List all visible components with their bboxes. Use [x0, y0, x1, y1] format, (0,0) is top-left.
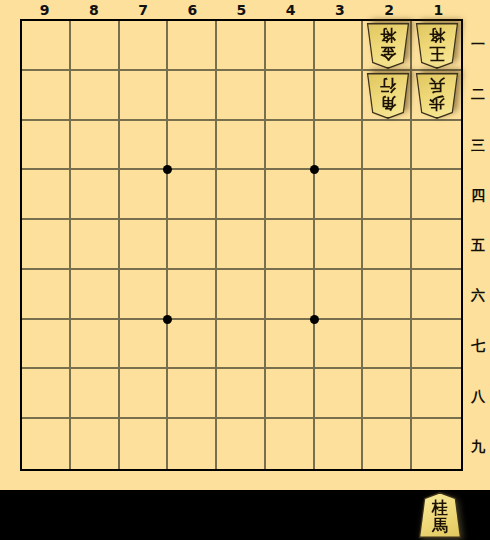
- board-cell[interactable]: [315, 320, 364, 370]
- sente-hand-tray: 桂馬: [0, 490, 490, 540]
- board-cell[interactable]: [22, 21, 71, 71]
- piece-slot-1一[interactable]: 王将: [412, 21, 461, 71]
- board-cell[interactable]: [217, 419, 266, 469]
- board-cell[interactable]: [120, 170, 169, 220]
- board-cell[interactable]: [315, 170, 364, 220]
- board-cell[interactable]: [120, 369, 169, 419]
- board-cell[interactable]: [266, 270, 315, 320]
- file-label: 4: [266, 0, 315, 19]
- board-cell[interactable]: [71, 21, 120, 71]
- board-cell[interactable]: [363, 170, 412, 220]
- piece-kanji: 歩: [429, 94, 445, 112]
- board-cell[interactable]: [22, 170, 71, 220]
- board-cell[interactable]: [71, 320, 120, 370]
- piece-kanji: 金: [380, 44, 396, 62]
- board-cell[interactable]: [22, 270, 71, 320]
- board-cell[interactable]: [363, 320, 412, 370]
- board-cell[interactable]: [315, 21, 364, 71]
- board-cell[interactable]: [363, 220, 412, 270]
- rank-label: 四: [467, 170, 489, 220]
- board-cell[interactable]: [266, 320, 315, 370]
- piece-kanji: 将: [429, 26, 445, 44]
- board-cell[interactable]: [71, 220, 120, 270]
- board-cell[interactable]: [22, 220, 71, 270]
- board-cell[interactable]: [22, 419, 71, 469]
- piece-kanji: 角: [380, 94, 396, 112]
- board-cell[interactable]: [71, 419, 120, 469]
- board-cell[interactable]: [71, 71, 120, 121]
- piece-kanji: 馬: [432, 517, 448, 535]
- board-cell[interactable]: [217, 21, 266, 71]
- board-cell[interactable]: [217, 170, 266, 220]
- piece-kanji: 将: [380, 26, 396, 44]
- rank-labels: 一二三四五六七八九: [467, 19, 489, 471]
- board-cell[interactable]: [315, 71, 364, 121]
- board-cell[interactable]: [412, 220, 461, 270]
- board-cell[interactable]: [315, 369, 364, 419]
- board-cell[interactable]: [412, 270, 461, 320]
- board-cell[interactable]: [412, 320, 461, 370]
- rank-label: 六: [467, 270, 489, 320]
- board-cell[interactable]: [363, 270, 412, 320]
- rank-label: 三: [467, 119, 489, 169]
- rank-label: 五: [467, 220, 489, 270]
- board-cell[interactable]: [217, 270, 266, 320]
- file-label: 6: [168, 0, 217, 19]
- piece-pawn[interactable]: 歩兵: [415, 73, 459, 119]
- rank-label: 九: [467, 421, 489, 471]
- file-label: 2: [365, 0, 414, 19]
- board-cell[interactable]: [217, 220, 266, 270]
- board-cell[interactable]: [266, 21, 315, 71]
- board-cell[interactable]: [168, 419, 217, 469]
- board-cell[interactable]: [120, 220, 169, 270]
- file-label: 5: [217, 0, 266, 19]
- board-cell[interactable]: [266, 419, 315, 469]
- board-cell[interactable]: [217, 71, 266, 121]
- board-cell[interactable]: [315, 419, 364, 469]
- board-cell[interactable]: [168, 270, 217, 320]
- board-cell[interactable]: [168, 71, 217, 121]
- board-cell[interactable]: [71, 170, 120, 220]
- board-cell[interactable]: [217, 121, 266, 171]
- file-label: 9: [20, 0, 69, 19]
- hand-piece-knight[interactable]: 桂馬: [417, 492, 463, 538]
- board-cell[interactable]: [266, 369, 315, 419]
- board-cell[interactable]: [22, 320, 71, 370]
- board-cell[interactable]: [412, 170, 461, 220]
- piece-slot-2二[interactable]: 角行: [363, 71, 412, 121]
- file-label: 8: [69, 0, 118, 19]
- board-cell[interactable]: [266, 220, 315, 270]
- board-cell[interactable]: [120, 21, 169, 71]
- file-label: 3: [315, 0, 364, 19]
- board-cell[interactable]: [120, 121, 169, 171]
- board-cell[interactable]: [315, 270, 364, 320]
- board-cell[interactable]: [363, 121, 412, 171]
- board-cell[interactable]: [412, 369, 461, 419]
- board-cell[interactable]: [120, 270, 169, 320]
- board-cell[interactable]: [363, 369, 412, 419]
- rank-label: 二: [467, 69, 489, 119]
- piece-knight[interactable]: 桂馬: [418, 492, 462, 538]
- board-cell[interactable]: [217, 369, 266, 419]
- piece-gold-general[interactable]: 金将: [366, 23, 410, 69]
- file-label: 7: [118, 0, 167, 19]
- board-cell[interactable]: [217, 320, 266, 370]
- board-cell[interactable]: [120, 71, 169, 121]
- piece-kanji: 王: [429, 44, 445, 62]
- board-cell[interactable]: [168, 220, 217, 270]
- board-cell[interactable]: [266, 121, 315, 171]
- rank-label: 一: [467, 19, 489, 69]
- board-cell[interactable]: [120, 419, 169, 469]
- board-cell[interactable]: [168, 170, 217, 220]
- board-cell[interactable]: [266, 170, 315, 220]
- piece-king[interactable]: 王将: [415, 23, 459, 69]
- board-cell[interactable]: [266, 71, 315, 121]
- board-cell[interactable]: [412, 419, 461, 469]
- board-cell[interactable]: [120, 320, 169, 370]
- board-cell[interactable]: [71, 369, 120, 419]
- shogi-board: 王将金将角行歩兵: [20, 19, 463, 471]
- board-cell[interactable]: [71, 270, 120, 320]
- board-cell[interactable]: [22, 71, 71, 121]
- board-cell[interactable]: [168, 369, 217, 419]
- piece-kanji: 行: [380, 76, 396, 94]
- file-label: 1: [414, 0, 463, 19]
- rank-label: 七: [467, 320, 489, 370]
- board-cell[interactable]: [71, 121, 120, 171]
- board-cell[interactable]: [168, 21, 217, 71]
- board-cell[interactable]: [168, 320, 217, 370]
- piece-kanji: 兵: [429, 76, 445, 94]
- piece-bishop[interactable]: 角行: [366, 73, 410, 119]
- piece-slot-1二[interactable]: 歩兵: [412, 71, 461, 121]
- piece-slot-2一[interactable]: 金将: [363, 21, 412, 71]
- board-cell[interactable]: [315, 121, 364, 171]
- file-labels: 987654321: [20, 0, 463, 19]
- board-cell[interactable]: [412, 121, 461, 171]
- board-cell[interactable]: [363, 419, 412, 469]
- board-cell[interactable]: [168, 121, 217, 171]
- rank-label: 八: [467, 371, 489, 421]
- board-cell[interactable]: [22, 121, 71, 171]
- board-cell[interactable]: [315, 220, 364, 270]
- piece-kanji: 桂: [432, 499, 448, 517]
- board-cell[interactable]: [22, 369, 71, 419]
